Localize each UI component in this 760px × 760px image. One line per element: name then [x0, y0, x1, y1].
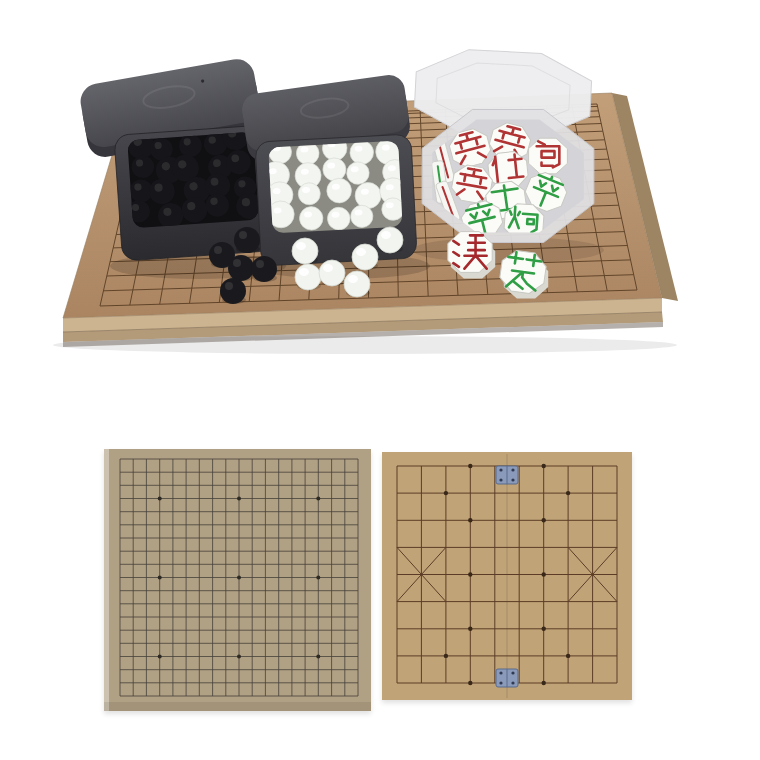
loose-black-stone	[228, 255, 254, 281]
loose-white-stone	[319, 260, 345, 286]
hinge-icon	[496, 669, 518, 687]
marker-point	[566, 491, 570, 495]
top-scene	[0, 0, 760, 420]
xiangqi-tile-box	[422, 110, 594, 243]
loose-white-stone	[377, 227, 403, 253]
marker-point	[444, 654, 448, 658]
marker-point	[542, 518, 546, 522]
marker-point	[542, 627, 546, 631]
box-tile	[529, 138, 568, 174]
product-photo-page	[0, 0, 760, 760]
hinge-icon	[496, 466, 518, 484]
star-point	[158, 497, 162, 501]
loose-white-stone	[352, 244, 378, 270]
xiangqi-board	[382, 452, 632, 700]
marker-point	[566, 654, 570, 658]
marker-point	[444, 491, 448, 495]
marker-point	[468, 464, 472, 468]
marker-point	[468, 627, 472, 631]
marker-point	[468, 681, 472, 685]
top-scene-svg	[0, 0, 760, 420]
marker-point	[468, 518, 472, 522]
marker-point	[542, 464, 546, 468]
display-tile	[448, 232, 492, 273]
star-point	[237, 497, 241, 501]
star-point	[237, 655, 241, 659]
loose-white-stone	[292, 238, 318, 264]
star-point	[158, 655, 162, 659]
loose-black-stone	[251, 256, 277, 282]
star-point	[316, 497, 320, 501]
star-point	[316, 655, 320, 659]
marker-point	[542, 572, 546, 576]
marker-point	[468, 572, 472, 576]
star-point	[316, 576, 320, 580]
go-board-svg	[104, 449, 371, 711]
loose-white-stone	[344, 271, 370, 297]
star-point	[237, 576, 241, 580]
go-board	[104, 449, 371, 711]
loose-white-stone	[295, 264, 321, 290]
xiangqi-board-svg	[382, 452, 632, 700]
loose-black-stone	[220, 278, 246, 304]
marker-point	[542, 681, 546, 685]
loose-black-stone	[234, 227, 260, 253]
star-point	[158, 576, 162, 580]
